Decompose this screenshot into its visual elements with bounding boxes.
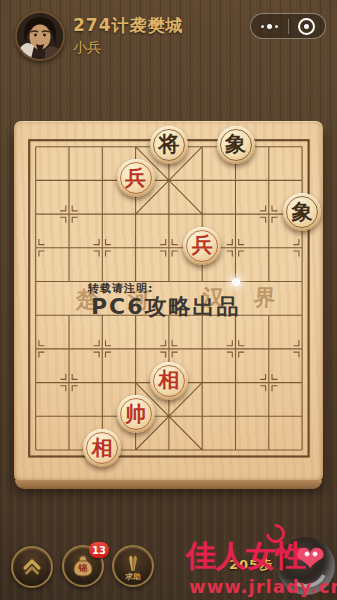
- piece-red-general[interactable]: 帅: [117, 395, 155, 433]
- piece-black-elephant[interactable]: 象: [283, 193, 321, 231]
- app-screen: 274计袭樊城 小兵 楚 河 汉 界 转载请注明: PC6攻略出品 将象象兵兵相…: [0, 0, 337, 600]
- avatar-portrait: [17, 13, 63, 59]
- watermark-site-name: 佳人女性: [186, 536, 306, 577]
- more-dots-icon: [261, 24, 278, 29]
- wechat-capsule: [250, 13, 326, 39]
- piece-red-elephant[interactable]: 相: [150, 362, 188, 400]
- player-rank: 小兵: [73, 39, 101, 57]
- close-circle-icon: [298, 18, 315, 35]
- watermark-site-url: www.jrlady.cn: [189, 576, 337, 597]
- praying-hands-icon: 求助: [118, 550, 148, 582]
- help-button[interactable]: 求助: [112, 545, 154, 587]
- more-button[interactable]: [251, 14, 288, 38]
- xiangqi-board[interactable]: 楚 河 汉 界 转载请注明: PC6攻略出品 将象象兵兵相帅相: [14, 121, 323, 482]
- watermark-pc6: PC6攻略出品: [91, 292, 241, 322]
- piece-black-elephant[interactable]: 象: [217, 126, 255, 164]
- tips-count-badge: 13: [89, 542, 109, 558]
- tips-bag-button[interactable]: 锦 13: [62, 545, 104, 587]
- close-button[interactable]: [289, 14, 326, 38]
- level-title: 274计袭樊城: [73, 14, 184, 37]
- chevron-up-icon: [19, 554, 45, 580]
- avatar: [15, 11, 65, 61]
- highlight-dot: [232, 278, 240, 286]
- piece-red-soldier[interactable]: 兵: [183, 227, 221, 265]
- piece-black-general[interactable]: 将: [150, 126, 188, 164]
- svg-text:锦: 锦: [78, 563, 88, 573]
- header: 274计袭樊城 小兵: [0, 0, 337, 70]
- expand-button[interactable]: [11, 546, 53, 588]
- piece-red-soldier[interactable]: 兵: [117, 159, 155, 197]
- svg-text:求助: 求助: [125, 572, 142, 581]
- heart-icon: ❤: [295, 538, 325, 579]
